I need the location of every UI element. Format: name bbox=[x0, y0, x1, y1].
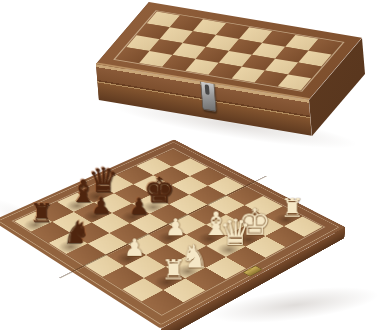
open-board-perspective: ♜♝♛♟♞♟♚♟♟♝♜♞♛♚♜ bbox=[0, 0, 379, 330]
chess-set-product-photo: ♜♝♛♟♞♟♚♟♟♝♜♞♛♚♜ bbox=[0, 0, 379, 330]
square-e5 bbox=[150, 204, 188, 224]
open-chess-board: ♜♝♛♟♞♟♚♟♟♝♜♞♛♚♜ bbox=[0, 139, 345, 328]
square-e6: ♚ bbox=[132, 194, 170, 213]
square-b5 bbox=[88, 233, 127, 254]
square-h4 bbox=[226, 186, 263, 205]
chess-board-grid: ♜♝♛♟♞♟♚♟♟♝♜♞♛♚♜ bbox=[14, 149, 322, 314]
